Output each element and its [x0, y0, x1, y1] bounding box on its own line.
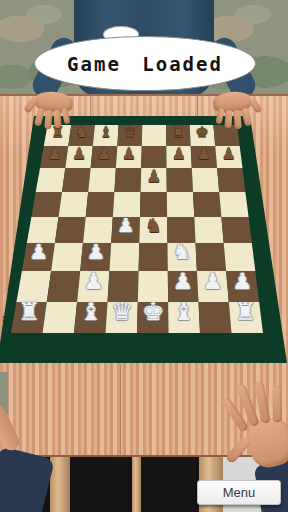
piece-white-rook-h1[interactable]: ♜ [235, 300, 257, 325]
square-g5[interactable] [193, 192, 221, 217]
opponent-left-hand [23, 92, 81, 132]
piece-black-rook-f8[interactable]: ♜ [171, 125, 184, 140]
speech-bubble-text: Game Loaded [67, 53, 223, 75]
piece-black-pawn-f7[interactable]: ♟ [172, 146, 186, 162]
opponent-right-hand [205, 92, 263, 132]
square-b2[interactable] [47, 271, 80, 302]
board-coordinate-label: C [86, 337, 92, 346]
board-coordinate-label: 6 [252, 177, 257, 185]
board-coordinate-label: G [213, 337, 219, 346]
board-coordinate-label: 1 [269, 315, 273, 323]
board-coordinate-label: 8 [33, 133, 37, 141]
piece-white-pawn-f2[interactable]: ♟ [173, 270, 193, 293]
board-coordinate-label: 4 [258, 227, 263, 235]
piece-white-pawn-a3[interactable]: ♟ [29, 242, 48, 263]
square-h4[interactable] [221, 217, 251, 243]
square-a5[interactable] [31, 192, 62, 217]
square-e3[interactable] [139, 243, 168, 271]
piece-black-knight-e4[interactable]: ♞ [145, 216, 162, 236]
piece-white-bishop-c1[interactable]: ♝ [80, 300, 102, 325]
board-coordinate-label: 3 [261, 254, 265, 262]
square-g6[interactable] [192, 168, 219, 192]
piece-white-pawn-c3[interactable]: ♟ [87, 242, 106, 263]
menu-button-label: Menu [223, 485, 256, 500]
square-b5[interactable] [59, 192, 89, 217]
menu-button[interactable]: Menu [197, 480, 281, 505]
square-g3[interactable] [196, 243, 227, 271]
piece-white-rook-a1[interactable]: ♜ [18, 300, 40, 325]
board-coordinate-label: 7 [30, 154, 34, 162]
piece-black-pawn-e6[interactable]: ♟ [146, 168, 161, 185]
square-g1[interactable] [199, 302, 232, 333]
square-b1[interactable] [43, 302, 78, 333]
square-e7[interactable] [141, 146, 166, 168]
board-coordinate-label: E [150, 337, 155, 346]
piece-white-knight-f3[interactable]: ♞ [172, 242, 191, 263]
square-f6[interactable] [167, 168, 194, 192]
square-h3[interactable] [224, 243, 256, 271]
piece-white-king-e1[interactable]: ♚ [142, 300, 164, 325]
piece-white-queen-d1[interactable]: ♛ [111, 300, 133, 325]
square-e8[interactable] [142, 125, 167, 146]
piece-black-pawn-g7[interactable]: ♟ [197, 146, 211, 162]
piece-black-pawn-c7[interactable]: ♟ [97, 146, 111, 162]
piece-white-pawn-h2[interactable]: ♟ [232, 270, 252, 293]
table-leg [132, 457, 141, 512]
board-coordinate-label: F [182, 337, 187, 346]
board-coordinate-label: 3 [12, 254, 16, 262]
square-h6[interactable] [217, 168, 245, 192]
square-c5[interactable] [86, 192, 115, 217]
board-coordinate-label: 2 [7, 284, 11, 292]
board-coordinate-label: H [245, 337, 251, 346]
board-coordinate-label: 7 [249, 154, 253, 162]
board-coordinate-label: 2 [265, 284, 269, 292]
piece-black-pawn-d7[interactable]: ♟ [122, 146, 136, 162]
game-screen: AABBCCDDEEFFGGHH8877665544332211♜♞♝♛♜♚♟♟… [0, 0, 288, 512]
piece-white-pawn-g2[interactable]: ♟ [203, 270, 223, 293]
square-a6[interactable] [36, 168, 66, 192]
piece-black-bishop-c8[interactable]: ♝ [99, 125, 112, 140]
piece-white-pawn-c2[interactable]: ♟ [84, 270, 104, 293]
board-coordinate-label: 1 [1, 315, 5, 323]
square-c6[interactable] [88, 168, 116, 192]
board-coordinate-label: 8 [246, 133, 250, 141]
square-h5[interactable] [219, 192, 248, 217]
square-d3[interactable] [109, 243, 139, 271]
board-coordinate-label: B [55, 337, 61, 346]
piece-black-queen-d8[interactable]: ♛ [123, 125, 136, 140]
speech-bubble: Game Loaded [34, 36, 256, 91]
board-coordinate-label: 6 [26, 177, 31, 185]
square-b6[interactable] [62, 168, 91, 192]
piece-black-pawn-a7[interactable]: ♟ [47, 146, 61, 162]
square-g4[interactable] [194, 217, 223, 243]
piece-white-pawn-d4[interactable]: ♟ [117, 216, 134, 236]
square-d6[interactable] [114, 168, 141, 192]
player-right-hand [219, 360, 288, 480]
board-coordinate-label: A [23, 337, 29, 346]
piece-black-pawn-h7[interactable]: ♟ [221, 146, 235, 162]
square-b3[interactable] [51, 243, 83, 271]
piece-black-pawn-b7[interactable]: ♟ [72, 146, 86, 162]
board-coordinate-label: 5 [21, 202, 25, 210]
board-coordinate-label: 5 [255, 202, 259, 210]
board-coordinate-label: 4 [17, 227, 22, 235]
square-f5[interactable] [167, 192, 195, 217]
square-b4[interactable] [55, 217, 86, 243]
piece-white-bishop-f1[interactable]: ♝ [173, 300, 195, 325]
board-coordinate-label: D [118, 337, 124, 346]
board-coordinate-label: E [153, 118, 156, 124]
